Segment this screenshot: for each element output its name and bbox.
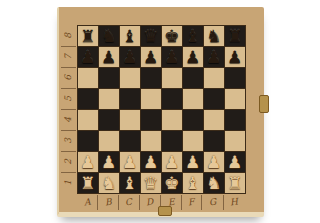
black-queen-d8[interactable]: ♛ [143,26,158,46]
file-label-cell: H [224,195,245,210]
rank-label-1: 1 [63,180,73,186]
square-b5[interactable] [99,89,119,109]
square-g2[interactable]: ♟ [204,152,224,172]
brass-clasp-icon [158,206,172,216]
file-label-cell: B [98,195,119,210]
file-label-cell: F [182,195,202,210]
square-b2[interactable]: ♟ [99,152,119,172]
black-knight-g8[interactable]: ♞ [206,26,221,46]
black-bishop-c8[interactable]: ♝ [122,26,137,46]
white-pawn-d2[interactable]: ♟ [143,152,158,172]
square-c5[interactable] [120,89,140,109]
rank-label-cell: 7 [61,47,76,68]
square-e6[interactable] [162,68,182,88]
rank-label-3: 3 [63,138,73,144]
square-g6[interactable] [204,68,224,88]
square-c1[interactable]: ♝ [120,173,140,193]
black-pawn-e7[interactable]: ♟ [164,47,179,67]
white-pawn-b2[interactable]: ♟ [101,152,116,172]
square-c3[interactable] [120,131,140,151]
black-knight-b8[interactable]: ♞ [101,26,116,46]
square-f5[interactable] [183,89,203,109]
rank-label-cell: 6 [61,68,76,89]
white-bishop-c1[interactable]: ♝ [122,173,137,193]
rank-label-cell: 5 [61,89,76,110]
square-f4[interactable] [183,110,203,130]
square-f7[interactable]: ♟ [183,47,203,67]
rank-label-2: 2 [63,159,73,165]
rank-labels-column: 87654321 [61,26,76,193]
square-a8[interactable]: ♜ [78,26,98,46]
product-photo-scene: ♜♞♝♛♚♝♞♜♟♟♟♟♟♟♟♟♟♟♟♟♟♟♟♟♜♞♝♛♚♝♞♜ 8765432… [0,0,320,223]
white-bishop-f1[interactable]: ♝ [185,173,200,193]
white-pawn-a2[interactable]: ♟ [80,152,95,172]
white-rook-h1[interactable]: ♜ [227,173,242,193]
square-h8[interactable]: ♜ [225,26,245,46]
board-playing-field: ♜♞♝♛♚♝♞♜♟♟♟♟♟♟♟♟♟♟♟♟♟♟♟♟♜♞♝♛♚♝♞♜ [77,25,246,194]
square-b7[interactable]: ♟ [99,47,119,67]
white-king-e1[interactable]: ♚ [164,173,179,193]
square-b8[interactable]: ♞ [99,26,119,46]
square-d2[interactable]: ♟ [141,152,161,172]
rank-label-cell: 1 [61,173,76,193]
square-a1[interactable]: ♜ [78,173,98,193]
square-f8[interactable]: ♝ [183,26,203,46]
white-rook-a1[interactable]: ♜ [80,173,95,193]
square-d8[interactable]: ♛ [141,26,161,46]
square-h5[interactable] [225,89,245,109]
black-pawn-c7[interactable]: ♟ [122,47,137,67]
square-a6[interactable] [78,68,98,88]
white-pawn-c2[interactable]: ♟ [122,152,137,172]
file-label-c: C [125,197,133,208]
black-king-e8[interactable]: ♚ [164,26,179,46]
square-a3[interactable] [78,131,98,151]
file-label-cell: A [78,195,99,210]
rank-label-8: 8 [63,33,73,39]
white-pawn-e2[interactable]: ♟ [164,152,179,172]
square-a5[interactable] [78,89,98,109]
file-label-d: D [146,197,155,208]
white-knight-g1[interactable]: ♞ [206,173,221,193]
brass-hinge-icon [259,95,269,113]
square-d4[interactable] [141,110,161,130]
square-f2[interactable]: ♟ [183,152,203,172]
rank-label-6: 6 [63,75,73,81]
square-a7[interactable]: ♟ [78,47,98,67]
square-d5[interactable] [141,89,161,109]
square-e3[interactable] [162,131,182,151]
square-c2[interactable]: ♟ [120,152,140,172]
square-h3[interactable] [225,131,245,151]
black-bishop-f8[interactable]: ♝ [185,26,200,46]
rank-label-cell: 2 [61,152,76,173]
square-a2[interactable]: ♟ [78,152,98,172]
square-g8[interactable]: ♞ [204,26,224,46]
rank-label-4: 4 [63,117,73,123]
file-label-cell: C [119,195,140,210]
square-e2[interactable]: ♟ [162,152,182,172]
file-label-a: A [83,197,91,208]
square-g4[interactable] [204,110,224,130]
file-label-cell: G [202,195,223,210]
rank-label-5: 5 [63,96,73,102]
black-pawn-a7[interactable]: ♟ [80,47,95,67]
square-d6[interactable] [141,68,161,88]
white-pawn-g2[interactable]: ♟ [206,152,221,172]
rank-label-cell: 3 [61,131,76,152]
file-label-b: B [104,197,112,208]
square-b3[interactable] [99,131,119,151]
square-a4[interactable] [78,110,98,130]
white-knight-b1[interactable]: ♞ [101,173,116,193]
square-e5[interactable] [162,89,182,109]
rank-label-cell: 4 [61,110,76,131]
square-c8[interactable]: ♝ [120,26,140,46]
black-pawn-d7[interactable]: ♟ [143,47,158,67]
black-pawn-f7[interactable]: ♟ [185,47,200,67]
square-g3[interactable] [204,131,224,151]
square-e4[interactable] [162,110,182,130]
square-e1[interactable]: ♚ [162,173,182,193]
square-g7[interactable]: ♟ [204,47,224,67]
chess-board: ♜♞♝♛♚♝♞♜♟♟♟♟♟♟♟♟♟♟♟♟♟♟♟♟♜♞♝♛♚♝♞♜ 8765432… [57,7,264,217]
black-rook-h8[interactable]: ♜ [227,26,242,46]
square-g5[interactable] [204,89,224,109]
white-queen-d1[interactable]: ♛ [143,173,158,193]
rank-label-cell: 8 [61,26,76,47]
square-b1[interactable]: ♞ [99,173,119,193]
square-f1[interactable]: ♝ [183,173,203,193]
black-pawn-g7[interactable]: ♟ [206,47,221,67]
file-label-f: F [188,197,196,208]
white-pawn-h2[interactable]: ♟ [227,152,242,172]
square-d3[interactable] [141,131,161,151]
square-d1[interactable]: ♛ [141,173,161,193]
black-pawn-b7[interactable]: ♟ [101,47,116,67]
square-c7[interactable]: ♟ [120,47,140,67]
square-b4[interactable] [99,110,119,130]
square-e7[interactable]: ♟ [162,47,182,67]
square-e8[interactable]: ♚ [162,26,182,46]
square-g1[interactable]: ♞ [204,173,224,193]
square-c4[interactable] [120,110,140,130]
black-rook-a8[interactable]: ♜ [80,26,95,46]
square-b6[interactable] [99,68,119,88]
square-h2[interactable]: ♟ [225,152,245,172]
file-label-g: G [208,197,217,208]
black-pawn-h7[interactable]: ♟ [227,47,242,67]
square-h7[interactable]: ♟ [225,47,245,67]
rank-label-7: 7 [63,54,73,60]
file-label-h: H [229,197,238,208]
square-d7[interactable]: ♟ [141,47,161,67]
square-h1[interactable]: ♜ [225,173,245,193]
square-c6[interactable] [120,68,140,88]
square-h4[interactable] [225,110,245,130]
square-f3[interactable] [183,131,203,151]
white-pawn-f2[interactable]: ♟ [185,152,200,172]
square-f6[interactable] [183,68,203,88]
square-h6[interactable] [225,68,245,88]
